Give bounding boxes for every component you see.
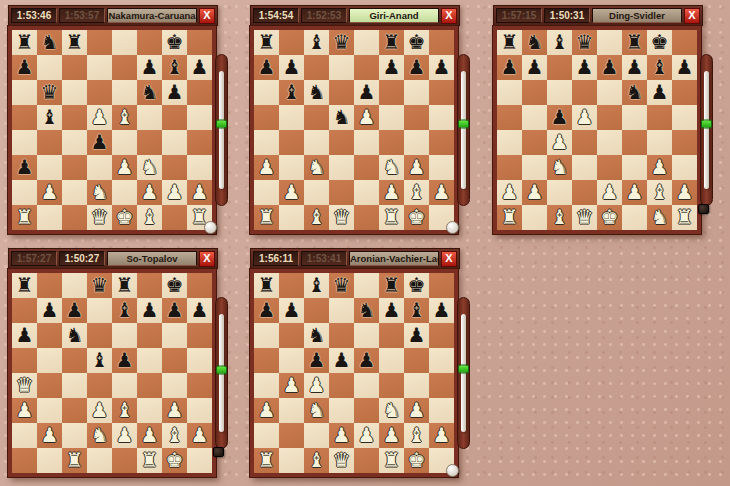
board-square	[37, 323, 62, 348]
board-square: ♜	[622, 30, 647, 55]
board-square: ♚	[404, 273, 429, 298]
white-pawn-piece: ♟	[354, 105, 379, 130]
close-button[interactable]: X	[199, 251, 215, 267]
board-square: ♟	[254, 55, 279, 80]
white-rook-piece: ♜	[137, 448, 162, 473]
board-square	[329, 80, 354, 105]
board-square: ♞	[137, 80, 162, 105]
white-pawn-piece: ♟	[254, 155, 279, 180]
board-square: ♜	[379, 30, 404, 55]
board-square: ♟	[379, 55, 404, 80]
black-rook-piece: ♜	[254, 30, 279, 55]
board-square: ♟	[112, 423, 137, 448]
black-queen-piece: ♛	[572, 30, 597, 55]
board-square	[62, 348, 87, 373]
board-square	[112, 323, 137, 348]
board-square: ♛	[87, 273, 112, 298]
black-clock: 1:52:53	[301, 8, 347, 23]
white-king-piece: ♚	[404, 205, 429, 230]
board-frame: ♜♞♝♛♜♚♟♟♟♟♟♝♟♞♟♟♟♟♞♟♟♟♟♟♝♟♜♝♛♚♞♜	[493, 26, 701, 234]
white-knight-piece: ♞	[304, 398, 329, 423]
move-indicator	[213, 447, 224, 457]
board-square: ♝	[404, 298, 429, 323]
board-square: ♜	[62, 30, 87, 55]
board-square	[254, 130, 279, 155]
board-square: ♝	[647, 55, 672, 80]
player-names: Nakamura-Caruana	[107, 8, 197, 23]
black-pawn-piece: ♟	[254, 298, 279, 323]
white-king-piece: ♚	[597, 205, 622, 230]
board-square: ♟	[112, 348, 137, 373]
white-bishop-piece: ♝	[137, 205, 162, 230]
black-pawn-piece: ♟	[12, 155, 37, 180]
white-rook-piece: ♜	[12, 205, 37, 230]
eval-track	[461, 71, 466, 189]
board-square	[137, 323, 162, 348]
board-square: ♜	[254, 205, 279, 230]
white-knight-piece: ♞	[647, 205, 672, 230]
board-square	[37, 448, 62, 473]
black-pawn-piece: ♟	[429, 298, 454, 323]
white-pawn-piece: ♟	[37, 423, 62, 448]
board-square	[279, 155, 304, 180]
white-pawn-piece: ♟	[597, 180, 622, 205]
white-rook-piece: ♜	[672, 205, 697, 230]
board-square	[379, 373, 404, 398]
board-square	[329, 373, 354, 398]
board-square: ♚	[112, 205, 137, 230]
black-knight-piece: ♞	[304, 80, 329, 105]
board-square	[279, 273, 304, 298]
black-pawn-piece: ♟	[379, 298, 404, 323]
board-square: ♟	[304, 348, 329, 373]
board-square: ♟	[354, 348, 379, 373]
board-square	[522, 80, 547, 105]
close-icon: X	[203, 10, 210, 21]
board-square: ♟	[137, 55, 162, 80]
black-pawn-piece: ♟	[87, 130, 112, 155]
board-square	[62, 423, 87, 448]
black-pawn-piece: ♟	[354, 80, 379, 105]
white-pawn-piece: ♟	[112, 423, 137, 448]
board-square: ♞	[379, 398, 404, 423]
board-square: ♚	[162, 30, 187, 55]
board-window[interactable]: 1:53:46 1:53:57 Nakamura-Caruana X ♜♞♜♚♟…	[8, 5, 218, 234]
white-pawn-piece: ♟	[429, 180, 454, 205]
close-icon: X	[445, 10, 452, 21]
black-king-piece: ♚	[404, 273, 429, 298]
board-square	[522, 130, 547, 155]
player-names: Giri-Anand	[349, 8, 439, 23]
black-bishop-piece: ♝	[404, 298, 429, 323]
close-button[interactable]: X	[441, 251, 457, 267]
board-square	[254, 373, 279, 398]
board-square: ♟	[404, 155, 429, 180]
board-square: ♞	[304, 323, 329, 348]
white-clock: 1:57:27	[11, 251, 57, 266]
board-square	[279, 398, 304, 423]
board-square	[354, 30, 379, 55]
board-square: ♞	[304, 398, 329, 423]
white-rook-piece: ♜	[62, 448, 87, 473]
eval-track	[704, 71, 709, 189]
black-bishop-piece: ♝	[647, 55, 672, 80]
eval-knob	[216, 366, 227, 375]
board-square: ♟	[187, 298, 212, 323]
board-square	[187, 30, 212, 55]
board-square: ♝	[112, 398, 137, 423]
white-bishop-piece: ♝	[162, 423, 187, 448]
board-square: ♝	[304, 448, 329, 473]
board-square	[354, 205, 379, 230]
board-square	[379, 105, 404, 130]
eval-slider	[457, 54, 470, 206]
board-square	[112, 180, 137, 205]
board-square	[429, 323, 454, 348]
board-square	[62, 155, 87, 180]
black-rook-piece: ♜	[379, 273, 404, 298]
white-pawn-piece: ♟	[354, 423, 379, 448]
board-square	[12, 348, 37, 373]
board-square	[137, 130, 162, 155]
board-square	[429, 105, 454, 130]
board-square	[162, 130, 187, 155]
board-square	[279, 448, 304, 473]
move-indicator	[446, 221, 459, 234]
board-square: ♚	[647, 30, 672, 55]
board-square	[522, 155, 547, 180]
board-square	[429, 80, 454, 105]
board-square: ♛	[12, 373, 37, 398]
board-square	[647, 130, 672, 155]
board-square	[254, 323, 279, 348]
black-pawn-piece: ♟	[547, 105, 572, 130]
board-square	[162, 348, 187, 373]
black-rook-piece: ♜	[254, 273, 279, 298]
white-pawn-piece: ♟	[522, 180, 547, 205]
board-square	[279, 205, 304, 230]
black-rook-piece: ♜	[12, 273, 37, 298]
board-square	[254, 105, 279, 130]
eval-knob	[458, 364, 469, 373]
white-bishop-piece: ♝	[112, 398, 137, 423]
white-queen-piece: ♛	[12, 373, 37, 398]
board-square: ♝	[162, 55, 187, 80]
board-square: ♟	[279, 180, 304, 205]
board-square: ♟	[647, 80, 672, 105]
board-square	[187, 323, 212, 348]
black-pawn-piece: ♟	[522, 55, 547, 80]
white-pawn-piece: ♟	[279, 373, 304, 398]
white-pawn-piece: ♟	[304, 373, 329, 398]
board-square	[254, 180, 279, 205]
stage: 1:53:46 1:53:57 Nakamura-Caruana X ♜♞♜♚♟…	[0, 0, 730, 486]
white-bishop-piece: ♝	[547, 205, 572, 230]
white-knight-piece: ♞	[87, 180, 112, 205]
board-square	[354, 180, 379, 205]
black-clock: 1:53:41	[301, 251, 347, 266]
board-square: ♟	[254, 155, 279, 180]
board-square: ♚	[404, 448, 429, 473]
board-square: ♟	[137, 180, 162, 205]
eval-track	[219, 71, 224, 189]
black-bishop-piece: ♝	[304, 30, 329, 55]
board-frame: ♜♛♜♚♟♟♝♟♟♟♟♞♝♟♛♟♟♝♟♟♞♟♟♝♟♜♜♚	[8, 269, 216, 477]
board-square	[279, 130, 304, 155]
board-square: ♟	[137, 298, 162, 323]
white-clock: 1:53:46	[11, 8, 57, 23]
white-pawn-piece: ♟	[572, 105, 597, 130]
black-knight-piece: ♞	[329, 105, 354, 130]
board-square	[404, 80, 429, 105]
close-button[interactable]: X	[441, 8, 457, 24]
black-knight-piece: ♞	[354, 298, 379, 323]
board-square: ♝	[37, 105, 62, 130]
board-square	[379, 348, 404, 373]
white-pawn-piece: ♟	[187, 180, 212, 205]
board-square: ♜	[12, 205, 37, 230]
board-square: ♛	[329, 448, 354, 473]
board-square: ♝	[87, 348, 112, 373]
board-square	[304, 130, 329, 155]
board-window[interactable]: 1:57:27 1:50:27 So-Topalov X ♜♛♜♚♟♟♝♟♟♟♟…	[8, 248, 218, 477]
black-knight-piece: ♞	[304, 323, 329, 348]
white-bishop-piece: ♝	[647, 180, 672, 205]
board-square: ♚	[162, 273, 187, 298]
board-square: ♟	[187, 180, 212, 205]
board-square	[279, 348, 304, 373]
board-square	[62, 398, 87, 423]
board-square	[597, 130, 622, 155]
move-indicator	[204, 221, 217, 234]
board-square	[354, 273, 379, 298]
eval-track	[461, 314, 466, 432]
board-square	[162, 205, 187, 230]
black-rook-piece: ♜	[62, 30, 87, 55]
board-square: ♟	[187, 423, 212, 448]
black-pawn-piece: ♟	[162, 298, 187, 323]
black-pawn-piece: ♟	[672, 55, 697, 80]
board-square: ♛	[329, 205, 354, 230]
board-square	[87, 373, 112, 398]
black-pawn-piece: ♟	[304, 348, 329, 373]
white-pawn-piece: ♟	[429, 423, 454, 448]
black-bishop-piece: ♝	[162, 55, 187, 80]
white-pawn-piece: ♟	[404, 155, 429, 180]
board-square	[497, 105, 522, 130]
board-frame: ♜♝♛♜♚♟♟♞♟♝♟♞♟♟♟♟♟♟♟♞♞♟♟♟♟♝♟♜♝♛♜♚	[250, 269, 458, 477]
board-square: ♟	[87, 130, 112, 155]
board-square	[497, 155, 522, 180]
board-square	[37, 205, 62, 230]
board-window[interactable]: 1:57:15 1:50:31 Ding-Svidler X ♜♞♝♛♜♚♟♟♟…	[493, 5, 703, 234]
board-square	[429, 398, 454, 423]
board-square	[254, 80, 279, 105]
board-square: ♟	[162, 398, 187, 423]
black-pawn-piece: ♟	[597, 55, 622, 80]
black-clock: 1:50:31	[544, 8, 590, 23]
black-rook-piece: ♜	[112, 273, 137, 298]
black-pawn-piece: ♟	[62, 298, 87, 323]
board-square	[354, 373, 379, 398]
white-pawn-piece: ♟	[162, 398, 187, 423]
board-square	[672, 130, 697, 155]
board-square: ♛	[37, 80, 62, 105]
white-clock: 1:56:11	[253, 251, 299, 266]
black-bishop-piece: ♝	[279, 80, 304, 105]
white-pawn-piece: ♟	[112, 155, 137, 180]
black-queen-piece: ♛	[329, 273, 354, 298]
white-pawn-piece: ♟	[87, 105, 112, 130]
board-square: ♟	[404, 398, 429, 423]
white-pawn-piece: ♟	[187, 423, 212, 448]
black-pawn-piece: ♟	[279, 55, 304, 80]
board-square	[622, 205, 647, 230]
board-square: ♟	[162, 298, 187, 323]
board-square	[187, 105, 212, 130]
close-icon: X	[203, 253, 210, 264]
board-square: ♟	[12, 323, 37, 348]
black-king-piece: ♚	[162, 273, 187, 298]
board-square	[572, 80, 597, 105]
board-square	[37, 55, 62, 80]
player-names: So-Topalov	[107, 251, 197, 266]
white-bishop-piece: ♝	[404, 180, 429, 205]
board-square: ♟	[622, 55, 647, 80]
board-square	[12, 105, 37, 130]
white-queen-piece: ♛	[329, 448, 354, 473]
white-clock: 1:57:15	[496, 8, 542, 23]
black-pawn-piece: ♟	[329, 348, 354, 373]
board-square: ♜	[112, 273, 137, 298]
board-square: ♟	[429, 298, 454, 323]
white-bishop-piece: ♝	[404, 423, 429, 448]
board-square: ♟	[672, 180, 697, 205]
board-square: ♟	[279, 55, 304, 80]
white-pawn-piece: ♟	[137, 180, 162, 205]
white-pawn-piece: ♟	[497, 180, 522, 205]
board-square: ♟	[429, 423, 454, 448]
white-pawn-piece: ♟	[547, 130, 572, 155]
board-square	[112, 30, 137, 55]
close-button[interactable]: X	[684, 8, 700, 24]
board-square	[187, 448, 212, 473]
board-square	[12, 130, 37, 155]
board-square	[37, 155, 62, 180]
black-bishop-piece: ♝	[87, 348, 112, 373]
white-rook-piece: ♜	[379, 205, 404, 230]
black-pawn-piece: ♟	[37, 298, 62, 323]
black-rook-piece: ♜	[379, 30, 404, 55]
black-pawn-piece: ♟	[429, 55, 454, 80]
player-names: Ding-Svidler	[592, 8, 682, 23]
board-square: ♟	[547, 105, 572, 130]
board-square: ♝	[162, 423, 187, 448]
white-pawn-piece: ♟	[379, 180, 404, 205]
board-square: ♛	[329, 30, 354, 55]
black-pawn-piece: ♟	[12, 323, 37, 348]
eval-knob	[701, 120, 712, 129]
board-square: ♚	[404, 30, 429, 55]
white-queen-piece: ♛	[329, 205, 354, 230]
board-square: ♟	[329, 423, 354, 448]
black-clock: 1:50:27	[59, 251, 105, 266]
board-square	[429, 348, 454, 373]
board-square: ♜	[12, 30, 37, 55]
white-pawn-piece: ♟	[37, 180, 62, 205]
board-square: ♟	[304, 373, 329, 398]
board-square: ♟	[12, 398, 37, 423]
board-square	[379, 323, 404, 348]
black-rook-piece: ♜	[622, 30, 647, 55]
board-square	[187, 348, 212, 373]
board-square: ♚	[404, 205, 429, 230]
board-square: ♝	[404, 180, 429, 205]
board-square	[572, 130, 597, 155]
black-pawn-piece: ♟	[187, 298, 212, 323]
board-square: ♟	[522, 55, 547, 80]
board-square	[37, 398, 62, 423]
board-window[interactable]: 1:56:11 1:53:41 Aronian-Vachier-Lagrave …	[250, 248, 460, 477]
board-square	[137, 105, 162, 130]
board-square	[622, 130, 647, 155]
board-square	[87, 30, 112, 55]
board-square: ♟	[279, 298, 304, 323]
board-square: ♚	[597, 205, 622, 230]
board-square: ♞	[329, 105, 354, 130]
board-square	[254, 348, 279, 373]
board-square	[404, 348, 429, 373]
board-square: ♟	[62, 298, 87, 323]
board-square: ♜	[254, 448, 279, 473]
eval-knob	[458, 120, 469, 129]
board-square	[112, 130, 137, 155]
black-pawn-piece: ♟	[404, 323, 429, 348]
close-icon: X	[688, 10, 695, 21]
board-square: ♝	[404, 423, 429, 448]
close-icon: X	[445, 253, 452, 264]
board-square	[112, 55, 137, 80]
board-square: ♟	[279, 373, 304, 398]
board-square: ♞	[62, 323, 87, 348]
board-square: ♞	[87, 423, 112, 448]
black-pawn-piece: ♟	[497, 55, 522, 80]
board-square: ♟	[329, 348, 354, 373]
black-pawn-piece: ♟	[404, 55, 429, 80]
black-clock: 1:53:57	[59, 8, 105, 23]
white-clock: 1:54:54	[253, 8, 299, 23]
white-king-piece: ♚	[112, 205, 137, 230]
white-king-piece: ♚	[162, 448, 187, 473]
white-pawn-piece: ♟	[329, 423, 354, 448]
board-square	[429, 30, 454, 55]
board-square	[137, 30, 162, 55]
title-bar: 1:54:54 1:52:53 Giri-Anand X	[250, 5, 460, 26]
board-square	[672, 80, 697, 105]
board-window[interactable]: 1:54:54 1:52:53 Giri-Anand X ♜♝♛♜♚♟♟♟♟♟♝…	[250, 5, 460, 234]
board-square	[379, 130, 404, 155]
chess-board: ♜♝♛♜♚♟♟♟♟♟♝♞♟♞♟♟♞♞♟♟♟♝♟♜♝♛♜♚	[254, 30, 454, 230]
board-square: ♞	[379, 155, 404, 180]
white-bishop-piece: ♝	[304, 448, 329, 473]
board-square	[522, 105, 547, 130]
board-square	[672, 30, 697, 55]
close-button[interactable]: X	[199, 8, 215, 24]
board-square	[187, 155, 212, 180]
board-square	[12, 423, 37, 448]
board-square	[62, 80, 87, 105]
board-square: ♞	[37, 30, 62, 55]
